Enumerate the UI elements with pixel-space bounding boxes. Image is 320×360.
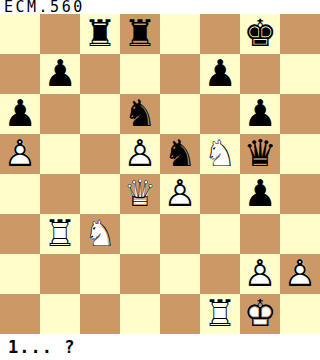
square-e1[interactable] (160, 294, 200, 334)
square-a1[interactable] (0, 294, 40, 334)
black-rook-piece: ♜ (80, 14, 120, 54)
square-h1[interactable] (280, 294, 320, 334)
black-piece-glyph: ♛ (240, 134, 280, 174)
square-g7[interactable] (240, 54, 280, 94)
square-a7[interactable] (0, 54, 40, 94)
square-c8[interactable]: ♜ (80, 14, 120, 54)
square-c7[interactable] (80, 54, 120, 94)
black-pawn-piece: ♟ (40, 54, 80, 94)
square-d6[interactable]: ♞ (120, 94, 160, 134)
black-queen-piece: ♛ (240, 134, 280, 174)
square-e2[interactable] (160, 254, 200, 294)
square-b3[interactable]: ♜♖ (40, 214, 80, 254)
square-b8[interactable] (40, 14, 80, 54)
square-g1[interactable]: ♚♔ (240, 294, 280, 334)
square-b5[interactable] (40, 134, 80, 174)
white-piece-outline: ♙ (160, 174, 200, 214)
black-king-piece: ♚ (240, 14, 280, 54)
square-g3[interactable] (240, 214, 280, 254)
square-f8[interactable] (200, 14, 240, 54)
square-d1[interactable] (120, 294, 160, 334)
square-a3[interactable] (0, 214, 40, 254)
black-piece-glyph: ♞ (160, 134, 200, 174)
black-knight-piece: ♞ (120, 94, 160, 134)
black-knight-piece: ♞ (160, 134, 200, 174)
square-h4[interactable] (280, 174, 320, 214)
square-h7[interactable] (280, 54, 320, 94)
white-piece-outline: ♔ (240, 294, 280, 334)
square-c2[interactable] (80, 254, 120, 294)
square-c3[interactable]: ♞♘ (80, 214, 120, 254)
square-b1[interactable] (40, 294, 80, 334)
black-piece-glyph: ♜ (80, 14, 120, 54)
square-b4[interactable] (40, 174, 80, 214)
square-a8[interactable] (0, 14, 40, 54)
square-e5[interactable]: ♞ (160, 134, 200, 174)
white-piece-outline: ♘ (80, 214, 120, 254)
square-h6[interactable] (280, 94, 320, 134)
square-h8[interactable] (280, 14, 320, 54)
square-h2[interactable]: ♟♙ (280, 254, 320, 294)
black-rook-piece: ♜ (120, 14, 160, 54)
square-a5[interactable]: ♟♙ (0, 134, 40, 174)
square-e6[interactable] (160, 94, 200, 134)
white-piece-outline: ♙ (120, 134, 160, 174)
black-pawn-piece: ♟ (200, 54, 240, 94)
square-d8[interactable]: ♜ (120, 14, 160, 54)
square-f6[interactable] (200, 94, 240, 134)
square-f7[interactable]: ♟ (200, 54, 240, 94)
square-b6[interactable] (40, 94, 80, 134)
move-prompt: 1... ? (0, 334, 320, 360)
square-f5[interactable]: ♞♘ (200, 134, 240, 174)
white-piece-outline: ♕ (120, 174, 160, 214)
black-piece-glyph: ♜ (120, 14, 160, 54)
square-g4[interactable]: ♟ (240, 174, 280, 214)
square-d5[interactable]: ♟♙ (120, 134, 160, 174)
square-d3[interactable] (120, 214, 160, 254)
square-g8[interactable]: ♚ (240, 14, 280, 54)
black-piece-glyph: ♞ (120, 94, 160, 134)
black-pawn-piece: ♟ (240, 174, 280, 214)
square-g5[interactable]: ♛ (240, 134, 280, 174)
white-queen-piece: ♛♕ (120, 174, 160, 214)
square-b2[interactable] (40, 254, 80, 294)
white-pawn-piece: ♟♙ (0, 134, 40, 174)
square-f4[interactable] (200, 174, 240, 214)
square-d4[interactable]: ♛♕ (120, 174, 160, 214)
black-piece-glyph: ♟ (200, 54, 240, 94)
black-piece-glyph: ♟ (0, 94, 40, 134)
square-a4[interactable] (0, 174, 40, 214)
black-piece-glyph: ♟ (240, 174, 280, 214)
white-pawn-piece: ♟♙ (240, 254, 280, 294)
square-a6[interactable]: ♟ (0, 94, 40, 134)
white-piece-outline: ♙ (0, 134, 40, 174)
white-piece-outline: ♘ (200, 134, 240, 174)
square-c4[interactable] (80, 174, 120, 214)
square-f3[interactable] (200, 214, 240, 254)
black-piece-glyph: ♚ (240, 14, 280, 54)
square-h5[interactable] (280, 134, 320, 174)
square-f1[interactable]: ♜♖ (200, 294, 240, 334)
white-knight-piece: ♞♘ (200, 134, 240, 174)
square-c5[interactable] (80, 134, 120, 174)
white-pawn-piece: ♟♙ (280, 254, 320, 294)
white-rook-piece: ♜♖ (40, 214, 80, 254)
black-piece-glyph: ♟ (240, 94, 280, 134)
white-knight-piece: ♞♘ (80, 214, 120, 254)
white-pawn-piece: ♟♙ (120, 134, 160, 174)
square-e3[interactable] (160, 214, 200, 254)
white-piece-outline: ♙ (280, 254, 320, 294)
white-piece-outline: ♙ (240, 254, 280, 294)
square-a2[interactable] (0, 254, 40, 294)
square-g2[interactable]: ♟♙ (240, 254, 280, 294)
square-c1[interactable] (80, 294, 120, 334)
black-pawn-piece: ♟ (0, 94, 40, 134)
white-rook-piece: ♜♖ (200, 294, 240, 334)
square-c6[interactable] (80, 94, 120, 134)
white-king-piece: ♚♔ (240, 294, 280, 334)
square-e8[interactable] (160, 14, 200, 54)
black-piece-glyph: ♟ (40, 54, 80, 94)
chess-board: ♜♜♚♟♟♟♞♟♟♙♟♙♞♞♘♛♛♕♟♙♟♜♖♞♘♟♙♟♙♜♖♚♔ (0, 14, 320, 334)
square-d7[interactable] (120, 54, 160, 94)
square-f2[interactable] (200, 254, 240, 294)
square-e4[interactable]: ♟♙ (160, 174, 200, 214)
square-g6[interactable]: ♟ (240, 94, 280, 134)
white-piece-outline: ♖ (40, 214, 80, 254)
square-e7[interactable] (160, 54, 200, 94)
square-d2[interactable] (120, 254, 160, 294)
white-pawn-piece: ♟♙ (160, 174, 200, 214)
square-h3[interactable] (280, 214, 320, 254)
black-pawn-piece: ♟ (240, 94, 280, 134)
white-piece-outline: ♖ (200, 294, 240, 334)
square-b7[interactable]: ♟ (40, 54, 80, 94)
